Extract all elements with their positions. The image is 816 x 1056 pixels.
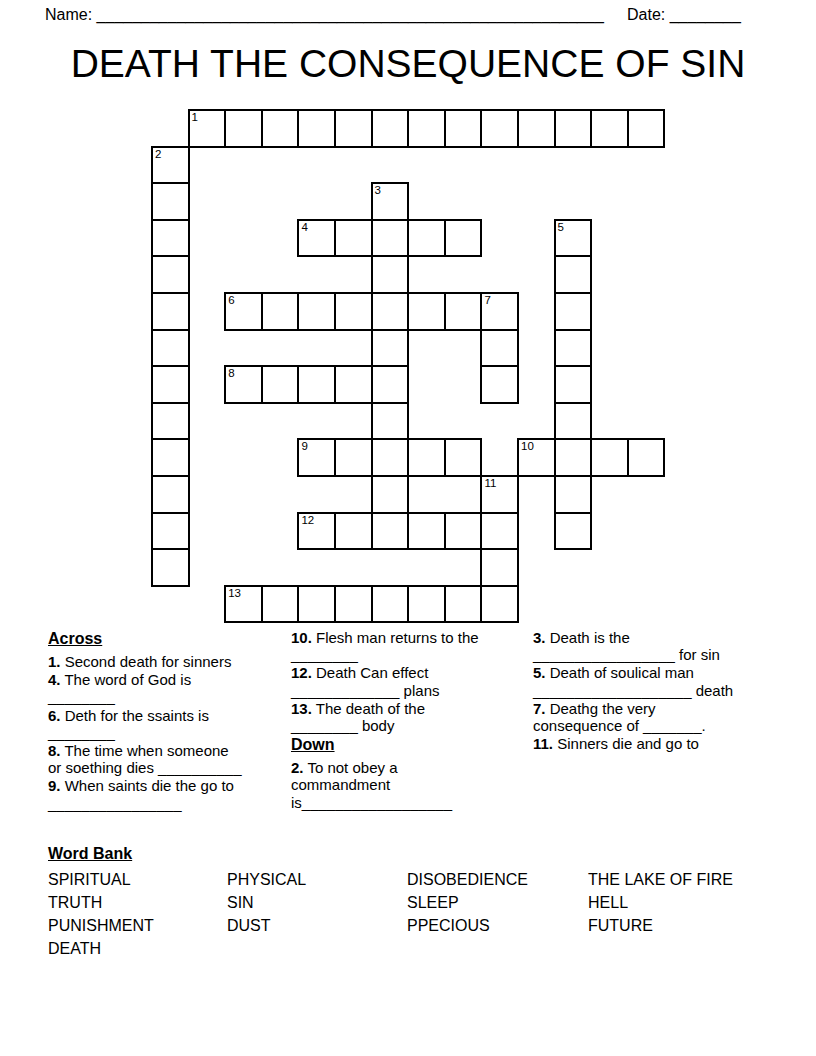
- clues-column-3: 3. Death is the _________________ for si…: [533, 629, 781, 753]
- grid-cell-r5c4[interactable]: [297, 292, 336, 331]
- grid-cell-r13c4[interactable]: [297, 585, 336, 624]
- grid-cell-r9c4[interactable]: 9: [297, 438, 336, 477]
- word-bank-column-4: THE LAKE OF FIREHELLFUTURE: [588, 868, 733, 937]
- grid-cell-r0c3[interactable]: [261, 109, 300, 148]
- cell-number-8: 8: [228, 367, 234, 380]
- word-bank-word: SIN: [227, 891, 306, 914]
- across-header: Across: [48, 629, 283, 648]
- grid-cell-r11c11[interactable]: [554, 512, 593, 551]
- clue-across-13: 13. The death of the ________ body: [291, 700, 526, 734]
- grid-cell-r0c10[interactable]: [517, 109, 556, 148]
- cell-number-3: 3: [375, 184, 381, 197]
- grid-cell-r0c4[interactable]: [297, 109, 336, 148]
- grid-cell-r7c6[interactable]: [371, 365, 410, 404]
- grid-cell-r0c12[interactable]: [590, 109, 629, 148]
- grid-cell-r11c4[interactable]: 12: [297, 512, 336, 551]
- grid-cell-r0c7[interactable]: [407, 109, 446, 148]
- grid-cell-r5c5[interactable]: [334, 292, 373, 331]
- grid-cell-r13c3[interactable]: [261, 585, 300, 624]
- grid-cell-r6c9[interactable]: [480, 329, 519, 368]
- grid-cell-r0c1[interactable]: 1: [188, 109, 227, 148]
- clue-down-5: 5. Death of soulical man _______________…: [533, 664, 781, 698]
- crossword-grid: 12345678910111213: [152, 110, 666, 624]
- clue-down-11: 11. Sinners die and go to: [533, 735, 781, 752]
- grid-cell-r0c2[interactable]: [224, 109, 263, 148]
- grid-cell-r5c0[interactable]: [151, 292, 190, 331]
- grid-cell-r6c6[interactable]: [371, 329, 410, 368]
- cell-number-10: 10: [521, 440, 534, 453]
- cell-number-13: 13: [228, 587, 241, 600]
- clues-column-1: Across1. Second death for sinners4. The …: [48, 629, 283, 813]
- clue-number: 1.: [48, 653, 61, 670]
- word-bank-word: PUNISHMENT: [48, 914, 154, 937]
- word-bank-word: SLEEP: [407, 891, 528, 914]
- clue-number: 2.: [291, 759, 304, 776]
- cell-number-1: 1: [192, 111, 198, 124]
- grid-cell-r10c0[interactable]: [151, 475, 190, 514]
- grid-cell-r9c8[interactable]: [444, 438, 483, 477]
- date-field: Date: ________: [627, 5, 741, 25]
- grid-cell-r5c2[interactable]: 6: [224, 292, 263, 331]
- down-header: Down: [291, 735, 526, 754]
- word-bank-word: PHYSICAL: [227, 868, 306, 891]
- word-bank-word: DISOBEDIENCE: [407, 868, 528, 891]
- clue-number: 12.: [291, 664, 312, 681]
- grid-cell-r11c9[interactable]: [480, 512, 519, 551]
- grid-cell-r0c8[interactable]: [444, 109, 483, 148]
- word-bank: Word Bank SPIRITUALTRUTHPUNISHMENTDEATHP…: [48, 845, 788, 978]
- grid-cell-r3c4[interactable]: 4: [297, 219, 336, 258]
- clue-down-7: 7. Deathg the very consequence of ______…: [533, 700, 781, 734]
- word-bank-word: SPIRITUAL: [48, 868, 154, 891]
- grid-cell-r3c7[interactable]: [407, 219, 446, 258]
- word-bank-column-3: DISOBEDIENCESLEEPPPECIOUS: [407, 868, 528, 937]
- cell-number-11: 11: [484, 477, 496, 490]
- grid-cell-r8c0[interactable]: [151, 402, 190, 441]
- word-bank-columns: SPIRITUALTRUTHPUNISHMENTDEATHPHYSICALSIN…: [48, 868, 788, 978]
- grid-cell-r6c0[interactable]: [151, 329, 190, 368]
- clue-number: 10.: [291, 629, 312, 646]
- clue-across-12: 12. Death Can effect _____________ plans: [291, 664, 526, 698]
- word-bank-word: DUST: [227, 914, 306, 937]
- grid-cell-r10c6[interactable]: [371, 475, 410, 514]
- clue-across-9: 9. When saints die the go to ___________…: [48, 777, 283, 811]
- word-bank-column-2: PHYSICALSINDUST: [227, 868, 306, 937]
- grid-cell-r9c11[interactable]: [554, 438, 593, 477]
- grid-cell-r5c11[interactable]: [554, 292, 593, 331]
- clue-across-4: 4. The word of God is ________: [48, 671, 283, 705]
- clues-column-2: 10. Flesh man returns to the ________12.…: [291, 629, 526, 812]
- grid-cell-r10c11[interactable]: [554, 475, 593, 514]
- grid-cell-r9c10[interactable]: 10: [517, 438, 556, 477]
- grid-cell-r7c4[interactable]: [297, 365, 336, 404]
- grid-cell-r0c5[interactable]: [334, 109, 373, 148]
- clue-down-3: 3. Death is the _________________ for si…: [533, 629, 781, 663]
- grid-cell-r11c8[interactable]: [444, 512, 483, 551]
- grid-cell-r7c5[interactable]: [334, 365, 373, 404]
- grid-cell-r11c6[interactable]: [371, 512, 410, 551]
- grid-cell-r9c5[interactable]: [334, 438, 373, 477]
- cell-number-9: 9: [301, 440, 307, 453]
- grid-cell-r1c0[interactable]: 2: [151, 146, 190, 185]
- grid-cell-r12c0[interactable]: [151, 548, 190, 587]
- cell-number-6: 6: [228, 294, 234, 307]
- cell-number-4: 4: [301, 221, 307, 234]
- grid-cell-r4c11[interactable]: [554, 255, 593, 294]
- grid-cell-r9c12[interactable]: [590, 438, 629, 477]
- clue-across-10: 10. Flesh man returns to the ________: [291, 629, 526, 663]
- grid-cell-r9c13[interactable]: [627, 438, 666, 477]
- grid-cell-r9c7[interactable]: [407, 438, 446, 477]
- grid-cell-r11c7[interactable]: [407, 512, 446, 551]
- word-bank-word: FUTURE: [588, 914, 733, 937]
- clue-across-8: 8. The time when someone or soething die…: [48, 742, 283, 776]
- grid-cell-r0c6[interactable]: [371, 109, 410, 148]
- grid-cell-r11c5[interactable]: [334, 512, 373, 551]
- clue-number: 7.: [533, 700, 546, 717]
- grid-cell-r0c9[interactable]: [480, 109, 519, 148]
- page-title: DEATH THE CONSEQUENCE OF SIN: [0, 42, 816, 86]
- grid-cell-r4c0[interactable]: [151, 255, 190, 294]
- grid-cell-r3c11[interactable]: 5: [554, 219, 593, 258]
- word-bank-word: DEATH: [48, 937, 154, 960]
- name-label: Name:: [45, 6, 92, 23]
- name-blank-line[interactable]: ________________________________________…: [97, 6, 604, 23]
- clue-number: 6.: [48, 707, 61, 724]
- clue-across-6: 6. Deth for the ssaints is ________: [48, 707, 283, 741]
- grid-cell-r7c11[interactable]: [554, 365, 593, 404]
- name-field: Name: __________________________________…: [45, 5, 604, 25]
- clue-down-2: 2. To not obey a commandment is_________…: [291, 759, 526, 811]
- clue-number: 3.: [533, 629, 546, 646]
- clue-number: 13.: [291, 700, 312, 717]
- cell-number-7: 7: [484, 294, 490, 307]
- grid-cell-r13c6[interactable]: [371, 585, 410, 624]
- clue-number: 9.: [48, 777, 61, 794]
- grid-cell-r13c5[interactable]: [334, 585, 373, 624]
- grid-cell-r13c9[interactable]: [480, 585, 519, 624]
- clue-across-1: 1. Second death for sinners: [48, 653, 283, 670]
- cell-number-2: 2: [155, 148, 161, 161]
- grid-cell-r13c2[interactable]: 13: [224, 585, 263, 624]
- grid-cell-r3c5[interactable]: [334, 219, 373, 258]
- grid-cell-r5c8[interactable]: [444, 292, 483, 331]
- grid-cell-r7c0[interactable]: [151, 365, 190, 404]
- word-bank-column-1: SPIRITUALTRUTHPUNISHMENTDEATH: [48, 868, 154, 960]
- grid-cell-r8c11[interactable]: [554, 402, 593, 441]
- grid-cell-r2c6[interactable]: 3: [371, 182, 410, 221]
- word-bank-label: Word Bank: [48, 845, 788, 863]
- grid-cell-r3c0[interactable]: [151, 219, 190, 258]
- grid-cell-r10c9[interactable]: 11: [480, 475, 519, 514]
- clue-number: 4.: [48, 671, 61, 688]
- clue-number: 8.: [48, 742, 61, 759]
- clue-number: 11.: [533, 735, 553, 752]
- grid-cell-r12c9[interactable]: [480, 548, 519, 587]
- clue-number: 5.: [533, 664, 546, 681]
- grid-cell-r3c6[interactable]: [371, 219, 410, 258]
- date-label: Date:: [627, 6, 665, 23]
- date-blank-line[interactable]: ________: [670, 6, 741, 23]
- word-bank-word: HELL: [588, 891, 733, 914]
- grid-cell-r7c2[interactable]: 8: [224, 365, 263, 404]
- grid-cell-r4c6[interactable]: [371, 255, 410, 294]
- grid-cell-r13c8[interactable]: [444, 585, 483, 624]
- cell-number-5: 5: [558, 221, 564, 234]
- crossword-worksheet: Name: __________________________________…: [0, 0, 816, 1056]
- grid-cell-r7c9[interactable]: [480, 365, 519, 404]
- grid-cell-r5c6[interactable]: [371, 292, 410, 331]
- grid-cell-r8c6[interactable]: [371, 402, 410, 441]
- cell-number-12: 12: [301, 514, 314, 527]
- grid-cell-r7c3[interactable]: [261, 365, 300, 404]
- grid-cell-r5c9[interactable]: 7: [480, 292, 519, 331]
- grid-cell-r11c0[interactable]: [151, 512, 190, 551]
- grid-cell-r9c6[interactable]: [371, 438, 410, 477]
- grid-cell-r5c3[interactable]: [261, 292, 300, 331]
- grid-cell-r6c11[interactable]: [554, 329, 593, 368]
- grid-cell-r5c7[interactable]: [407, 292, 446, 331]
- grid-cell-r9c0[interactable]: [151, 438, 190, 477]
- word-bank-word: THE LAKE OF FIRE: [588, 868, 733, 891]
- grid-cell-r0c13[interactable]: [627, 109, 666, 148]
- grid-cell-r13c7[interactable]: [407, 585, 446, 624]
- grid-cell-r0c11[interactable]: [554, 109, 593, 148]
- grid-cell-r3c8[interactable]: [444, 219, 483, 258]
- word-bank-word: PPECIOUS: [407, 914, 528, 937]
- grid-cell-r2c0[interactable]: [151, 182, 190, 221]
- word-bank-word: TRUTH: [48, 891, 154, 914]
